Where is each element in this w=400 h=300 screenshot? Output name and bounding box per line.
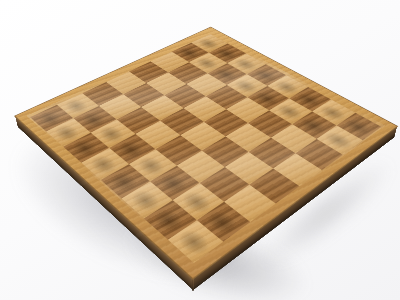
square-c5[interactable] <box>164 84 205 108</box>
chess-scene: ♜♞♝♛♚♝♞♜♟♟♟♟♟♟♟♟♟♟♟♟♟♟♟♟♜♞♝♛♚♝♞♜ <box>0 0 400 300</box>
square-h1[interactable]: ♜ <box>168 220 223 263</box>
square-d5[interactable] <box>184 96 227 122</box>
chess-board: ♜♞♝♛♚♝♞♜♟♟♟♟♟♟♟♟♟♟♟♟♟♟♟♟♜♞♝♛♚♝♞♜ <box>14 27 398 280</box>
white-rook-icon: ♜ <box>174 173 218 241</box>
black-pawn-icon: ♟ <box>324 90 356 139</box>
chess-board-grid: ♜♞♝♛♚♝♞♜♟♟♟♟♟♟♟♟♟♟♟♟♟♟♟♟♜♞♝♛♚♝♞♜ <box>30 34 381 263</box>
